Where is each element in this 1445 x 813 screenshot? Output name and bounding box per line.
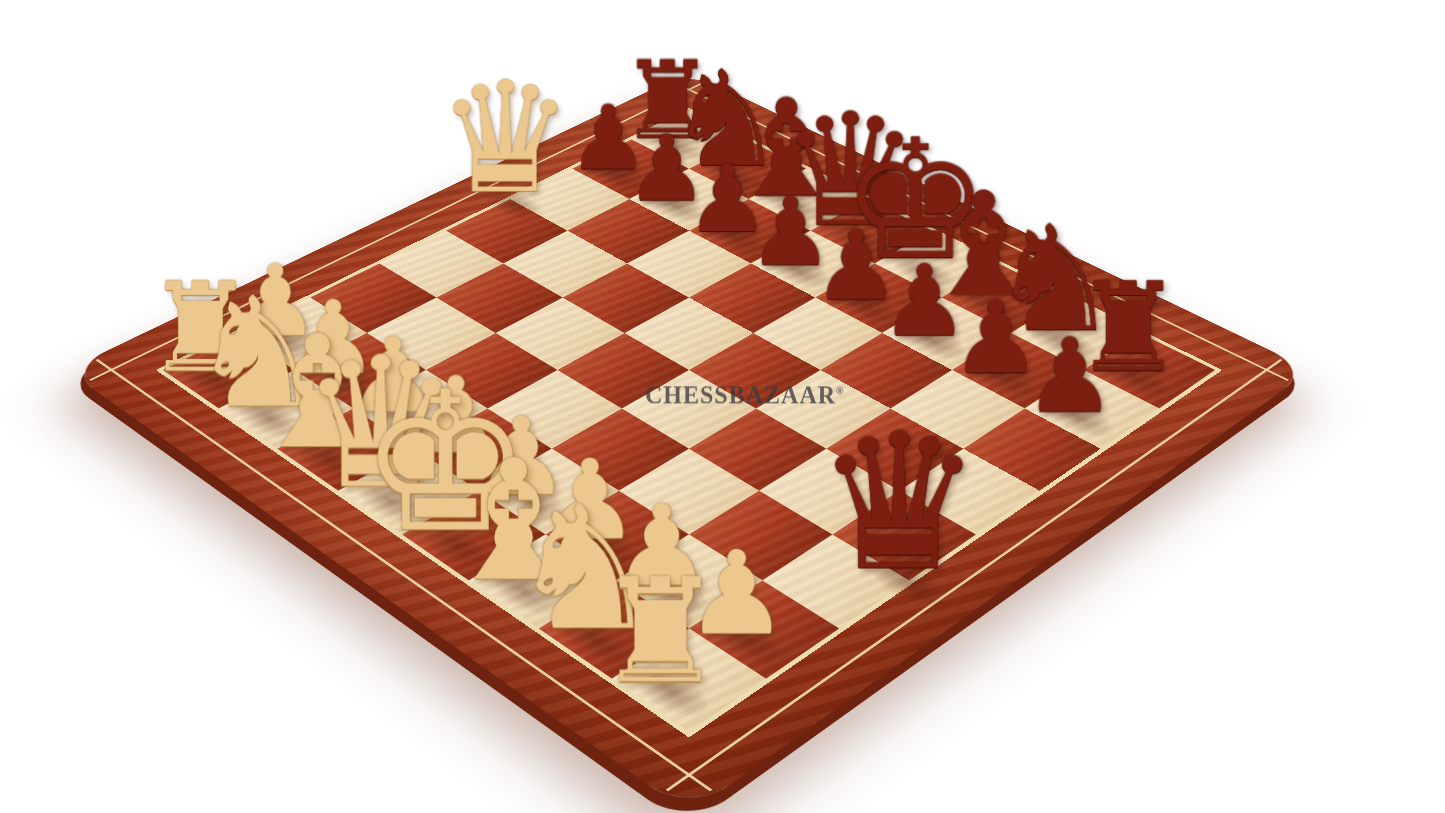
red-pawn-glyph: ♟ — [1024, 329, 1116, 424]
brand-watermark: CHESSBAZAAR® — [645, 381, 845, 409]
white-rook[interactable]: ♜ — [530, 566, 791, 698]
red-pawn[interactable]: ♟ — [956, 329, 1183, 424]
square-h7[interactable]: ♟ — [1025, 370, 1159, 449]
white-rook-glyph: ♜ — [596, 566, 725, 698]
white-queen-glyph: ♛ — [436, 68, 573, 209]
board-frame: ♜♞♝♛♚♝♞♜♟♟♟♟♟♟♟♟♟♟♟♟♟♟♟♟♜♞♝♛♚♝♞♜♛♛ — [67, 72, 1312, 813]
chess-board: ♜♞♝♛♚♝♞♜♟♟♟♟♟♟♟♟♟♟♟♟♟♟♟♟♜♞♝♛♚♝♞♜♛♛ — [67, 72, 1312, 813]
square-h1[interactable]: ♜ — [612, 628, 766, 731]
spare-piece-spot: ♛ — [851, 526, 997, 619]
brand-watermark-text: CHESSBAZAAR — [645, 381, 836, 408]
registered-trademark-symbol: ® — [836, 384, 844, 396]
chess-product-photo: ♜♞♝♛♚♝♞♜♟♟♟♟♟♟♟♟♟♟♟♟♟♟♟♟♜♞♝♛♚♝♞♜♛♛ CHESS… — [0, 0, 1445, 813]
playing-area: ♜♞♝♛♚♝♞♜♟♟♟♟♟♟♟♟♟♟♟♟♟♟♟♟♜♞♝♛♚♝♞♜♛♛ — [156, 108, 1222, 737]
